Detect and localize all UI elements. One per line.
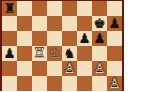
square-r0-c5[interactable]: [77, 1, 92, 16]
square-r4-c5[interactable]: [77, 61, 92, 76]
square-r0-c6[interactable]: [92, 1, 107, 16]
square-r0-c7[interactable]: [107, 1, 122, 16]
chess-diagram-screenshot: ♜♚♟♟♟♟♖♘♞♙♙♙: [0, 0, 164, 92]
square-r3-c1[interactable]: [17, 46, 32, 61]
square-r2-c7[interactable]: [107, 31, 122, 46]
square-r4-c0[interactable]: [2, 61, 17, 76]
square-r4-c4[interactable]: ♙: [62, 61, 77, 76]
white-knight: ♘: [48, 46, 60, 61]
square-r1-c4[interactable]: [62, 16, 77, 31]
square-r4-c2[interactable]: [32, 61, 47, 76]
square-r5-c5[interactable]: [77, 76, 92, 91]
square-r3-c6[interactable]: [92, 46, 107, 61]
square-r3-c5[interactable]: [77, 46, 92, 61]
square-r3-c7[interactable]: [107, 46, 122, 61]
square-r1-c3[interactable]: [47, 16, 62, 31]
square-r3-c0[interactable]: ♟: [2, 46, 17, 61]
right-white-margin: [124, 0, 164, 92]
square-r3-c4[interactable]: ♞: [62, 46, 77, 61]
square-r1-c7[interactable]: ♟: [107, 16, 122, 31]
square-r5-c7[interactable]: ♙: [107, 76, 122, 91]
white-pawn: ♙: [63, 61, 75, 76]
square-r2-c0[interactable]: [2, 31, 17, 46]
square-r3-c2[interactable]: ♖: [32, 46, 47, 61]
square-r5-c0[interactable]: [2, 76, 17, 91]
square-r0-c0[interactable]: ♜: [2, 1, 17, 16]
white-pawn: ♙: [93, 61, 105, 76]
square-r2-c1[interactable]: [17, 31, 32, 46]
square-r5-c1[interactable]: [17, 76, 32, 91]
black-pawn: ♟: [3, 46, 15, 61]
black-king: ♚: [93, 16, 105, 31]
square-r3-c3[interactable]: ♘: [47, 46, 62, 61]
square-r5-c2[interactable]: [32, 76, 47, 91]
square-r1-c6[interactable]: ♚: [92, 16, 107, 31]
square-r4-c1[interactable]: [17, 61, 32, 76]
black-pawn: ♟: [108, 16, 120, 31]
square-r1-c2[interactable]: [32, 16, 47, 31]
square-r5-c3[interactable]: [47, 76, 62, 91]
square-r2-c3[interactable]: [47, 31, 62, 46]
square-r0-c3[interactable]: [47, 1, 62, 16]
black-pawn: ♟: [78, 31, 90, 46]
square-r4-c7[interactable]: [107, 61, 122, 76]
square-r2-c4[interactable]: [62, 31, 77, 46]
square-r1-c5[interactable]: [77, 16, 92, 31]
square-r2-c5[interactable]: ♟: [77, 31, 92, 46]
square-r0-c1[interactable]: [17, 1, 32, 16]
square-r2-c2[interactable]: [32, 31, 47, 46]
black-rook: ♜: [3, 1, 15, 16]
square-r5-c4[interactable]: [62, 76, 77, 91]
square-r4-c3[interactable]: [47, 61, 62, 76]
square-r0-c4[interactable]: [62, 1, 77, 16]
square-r5-c6[interactable]: [92, 76, 107, 91]
square-r1-c1[interactable]: [17, 16, 32, 31]
chess-board: ♜♚♟♟♟♟♖♘♞♙♙♙: [0, 0, 124, 91]
white-pawn: ♙: [108, 76, 120, 91]
black-knight: ♞: [63, 46, 75, 61]
black-pawn: ♟: [93, 31, 105, 46]
square-r2-c6[interactable]: ♟: [92, 31, 107, 46]
square-r1-c0[interactable]: [2, 16, 17, 31]
square-r4-c6[interactable]: ♙: [92, 61, 107, 76]
square-r0-c2[interactable]: [32, 1, 47, 16]
white-rook: ♖: [33, 46, 45, 61]
